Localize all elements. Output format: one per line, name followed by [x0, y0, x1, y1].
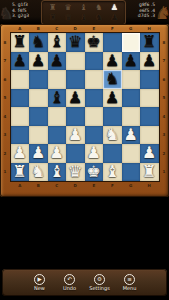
black-king-piece: ♚	[87, 33, 101, 51]
square-c2[interactable]: ♟	[48, 144, 67, 163]
black-move-entry: d7d5 .3	[128, 13, 155, 19]
white-knight-piece: ♞	[31, 163, 45, 181]
toolbar-settings-button[interactable]: ⚙Settings	[85, 274, 115, 291]
rank-labels-left: 87654321	[2, 33, 8, 181]
file-label: E	[85, 184, 104, 188]
captured-w-p-icon: ♟	[111, 3, 118, 12]
file-label: C	[48, 27, 67, 31]
file-label: A	[11, 27, 30, 31]
file-labels-top: ABCDEFGH	[11, 27, 159, 31]
square-g4[interactable]	[122, 107, 141, 126]
square-e5[interactable]	[85, 89, 104, 108]
square-e4[interactable]	[85, 107, 104, 126]
square-a5[interactable]	[11, 89, 30, 108]
square-b7[interactable]: ♟	[29, 52, 48, 71]
square-d6[interactable]	[66, 70, 85, 89]
top-bar: ♞ 5. g1f34. f4f53. g2g3 ♜♛♝♞♟ ♜♛♝♞♟ g8f6…	[0, 0, 169, 24]
square-b4[interactable]	[29, 107, 48, 126]
rank-label: 7	[2, 52, 8, 71]
square-g7[interactable]: ♟	[122, 52, 141, 71]
rank-label: 5	[161, 89, 167, 108]
ghost-b-p-icon: ♟	[111, 13, 118, 22]
square-h4[interactable]	[140, 107, 159, 126]
toolbar-button-label: Menu	[123, 286, 137, 291]
rank-label: 8	[2, 33, 8, 52]
file-label: B	[29, 184, 48, 188]
ghost-b-q-icon: ♛	[65, 13, 72, 22]
square-d4[interactable]	[66, 107, 85, 126]
square-d1[interactable]: ♛	[66, 163, 85, 182]
chess-board: ♜♞♝♛♚♜♟♟♟♟♟♟♞♝♟♟♟♞♟♟♟♟♟♟♜♞♝♛♚♝♜	[11, 33, 159, 181]
square-h6[interactable]	[140, 70, 159, 89]
white-bishop-piece: ♝	[50, 163, 64, 181]
empty-area	[0, 197, 169, 269]
black-knight-icon: ♞	[0, 6, 12, 22]
file-label: B	[29, 27, 48, 31]
square-h8[interactable]: ♜	[140, 33, 159, 52]
rank-label: 4	[161, 107, 167, 126]
white-bishop-piece: ♝	[105, 163, 119, 181]
square-h5[interactable]	[140, 89, 159, 108]
black-pawn-piece: ♟	[13, 52, 27, 70]
settings-gear-icon: ⚙	[94, 274, 105, 285]
rank-label: 1	[161, 163, 167, 182]
black-pawn-piece: ♟	[31, 52, 45, 70]
square-h1[interactable]: ♜	[140, 163, 159, 182]
square-b5[interactable]	[29, 89, 48, 108]
toolbar-button-label: Undo	[63, 286, 76, 291]
square-f1[interactable]: ♝	[103, 163, 122, 182]
square-d8[interactable]: ♛	[66, 33, 85, 52]
square-d5[interactable]: ♟	[66, 89, 85, 108]
square-a3[interactable]	[11, 126, 30, 145]
square-a2[interactable]: ♟	[11, 144, 30, 163]
rank-label: 2	[161, 144, 167, 163]
white-pawn-piece: ♟	[31, 144, 45, 162]
square-e6[interactable]	[85, 70, 104, 89]
file-labels-bottom: ABCDEFGH	[11, 184, 159, 188]
rank-label: 4	[2, 107, 8, 126]
black-knight-piece: ♞	[105, 70, 119, 88]
black-rook-piece: ♜	[13, 33, 27, 51]
file-label: H	[140, 27, 159, 31]
square-a7[interactable]: ♟	[11, 52, 30, 71]
rank-label: 6	[2, 70, 8, 89]
ghost-w-b-icon: ♝	[80, 3, 87, 12]
square-h7[interactable]: ♟	[140, 52, 159, 71]
white-rook-piece: ♜	[142, 163, 156, 181]
ghost-b-b-icon: ♝	[80, 13, 87, 22]
file-label: G	[122, 27, 141, 31]
black-pawn-piece: ♟	[124, 52, 138, 70]
black-bishop-piece: ♝	[50, 33, 64, 51]
menu-list-icon: ≡	[124, 274, 135, 285]
square-c5[interactable]: ♝	[48, 89, 67, 108]
square-d3[interactable]: ♟	[66, 126, 85, 145]
captured-pieces-tray: ♜♛♝♞♟ ♜♛♝♞♟	[41, 0, 126, 25]
chess-app: ♞ 5. g1f34. f4f53. g2g3 ♜♛♝♞♟ ♜♛♝♞♟ g8f6…	[0, 0, 169, 300]
square-g6[interactable]	[122, 70, 141, 89]
ghost-b-n-icon: ♞	[95, 13, 102, 22]
toolbar-undo-button[interactable]: ↶Undo	[55, 274, 85, 291]
toolbar-menu-button[interactable]: ≡Menu	[115, 274, 145, 291]
square-g2[interactable]	[122, 144, 141, 163]
square-f4[interactable]	[103, 107, 122, 126]
file-label: E	[85, 27, 104, 31]
file-label: H	[140, 184, 159, 188]
ghost-b-r-icon: ♜	[49, 13, 56, 22]
square-f8[interactable]	[103, 33, 122, 52]
file-label: D	[66, 27, 85, 31]
white-pawn-piece: ♟	[124, 126, 138, 144]
toolbar-button-label: New	[34, 286, 45, 291]
square-e8[interactable]: ♚	[85, 33, 104, 52]
white-pawn-piece: ♟	[87, 144, 101, 162]
white-pawn-piece: ♟	[13, 144, 27, 162]
square-f5[interactable]: ♟	[103, 89, 122, 108]
square-g5[interactable]	[122, 89, 141, 108]
rank-label: 6	[161, 70, 167, 89]
black-pawn-piece: ♟	[105, 52, 119, 70]
black-pawn-piece: ♟	[105, 89, 119, 107]
square-f7[interactable]: ♟	[103, 52, 122, 71]
square-a8[interactable]: ♜	[11, 33, 30, 52]
square-c6[interactable]	[48, 70, 67, 89]
square-b8[interactable]: ♞	[29, 33, 48, 52]
white-rook-piece: ♜	[13, 163, 27, 181]
square-d7[interactable]	[66, 52, 85, 71]
file-label: F	[103, 184, 122, 188]
square-c4[interactable]	[48, 107, 67, 126]
square-g3[interactable]: ♟	[122, 126, 141, 145]
board-frame: ABCDEFGH ABCDEFGH 87654321 87654321 ♜♞♝♛…	[0, 24, 169, 197]
black-pawn-piece: ♟	[68, 89, 82, 107]
black-rook-piece: ♜	[142, 33, 156, 51]
file-label: C	[48, 184, 67, 188]
square-f2[interactable]	[103, 144, 122, 163]
square-a1[interactable]: ♜	[11, 163, 30, 182]
square-b1[interactable]: ♞	[29, 163, 48, 182]
rank-label: 3	[2, 126, 8, 145]
file-label: D	[66, 184, 85, 188]
square-e2[interactable]: ♟	[85, 144, 104, 163]
white-pawn-piece: ♟	[50, 144, 64, 162]
square-e7[interactable]	[85, 52, 104, 71]
rank-label: 2	[2, 144, 8, 163]
rank-labels-right: 87654321	[161, 33, 167, 181]
ghost-w-r-icon: ♜	[49, 3, 56, 12]
square-c8[interactable]: ♝	[48, 33, 67, 52]
white-king-piece: ♚	[87, 163, 101, 181]
black-pawn-piece: ♟	[142, 52, 156, 70]
square-h3[interactable]	[140, 126, 159, 145]
white-pawn-piece: ♟	[68, 126, 82, 144]
white-move-list: 5. g1f34. f4f53. g2g3	[12, 2, 39, 19]
rank-label: 5	[2, 89, 8, 108]
rank-label: 3	[161, 126, 167, 145]
square-c7[interactable]: ♟	[48, 52, 67, 71]
bottom-toolbar: ▶New↶Undo⚙Settings≡Menu	[2, 269, 167, 296]
black-knight-piece: ♞	[31, 33, 45, 51]
square-h2[interactable]: ♟	[140, 144, 159, 163]
square-d2[interactable]	[66, 144, 85, 163]
black-queen-piece: ♛	[68, 33, 82, 51]
white-queen-piece: ♛	[68, 163, 82, 181]
toolbar-new-button[interactable]: ▶New	[25, 274, 55, 291]
square-a4[interactable]	[11, 107, 30, 126]
square-g1[interactable]	[122, 163, 141, 182]
black-move-list: g8f6 .5e6f5 .4d7d5 .3	[128, 2, 155, 19]
captured-black-row: ♜♛♝♞♟	[45, 13, 122, 22]
new-game-play-icon: ▶	[34, 274, 45, 285]
square-e3[interactable]	[85, 126, 104, 145]
file-label: F	[103, 27, 122, 31]
file-label: A	[11, 184, 30, 188]
black-pawn-piece: ♟	[50, 52, 64, 70]
file-label: G	[122, 184, 141, 188]
undo-arrow-icon: ↶	[64, 274, 75, 285]
square-b2[interactable]: ♟	[29, 144, 48, 163]
square-g8[interactable]	[122, 33, 141, 52]
square-a6[interactable]	[11, 70, 30, 89]
white-move-entry: 3. g2g3	[12, 13, 39, 19]
ghost-w-n-icon: ♞	[95, 3, 102, 12]
square-f3[interactable]: ♞	[103, 126, 122, 145]
square-c1[interactable]: ♝	[48, 163, 67, 182]
white-pawn-piece: ♟	[142, 144, 156, 162]
white-knight-piece: ♞	[105, 126, 119, 144]
rank-label: 7	[161, 52, 167, 71]
square-c3[interactable]	[48, 126, 67, 145]
square-b6[interactable]	[29, 70, 48, 89]
rank-label: 8	[161, 33, 167, 52]
captured-white-row: ♜♛♝♞♟	[45, 3, 122, 12]
square-f6[interactable]: ♞	[103, 70, 122, 89]
ghost-w-q-icon: ♛	[65, 3, 72, 12]
black-bishop-piece: ♝	[50, 89, 64, 107]
rank-label: 1	[2, 163, 8, 182]
square-b3[interactable]	[29, 126, 48, 145]
toolbar-button-label: Settings	[89, 286, 110, 291]
wooden-knight-icon: ♞	[156, 4, 169, 22]
square-e1[interactable]: ♚	[85, 163, 104, 182]
